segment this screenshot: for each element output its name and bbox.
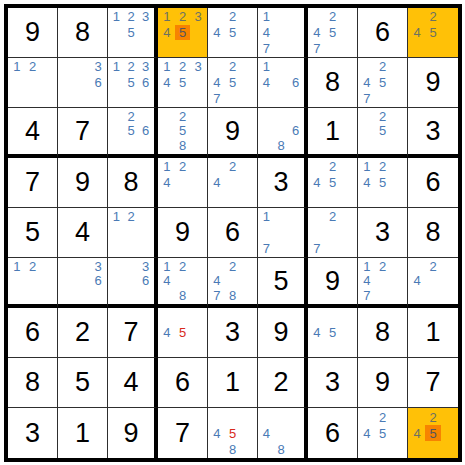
cell-r8c7[interactable]: 3 <box>308 358 358 408</box>
candidate-3: 3 <box>138 59 153 75</box>
candidate-4: 4 <box>209 75 225 91</box>
candidate-empty <box>390 90 406 106</box>
candidate-empty <box>375 441 391 457</box>
candidate-2: 2 <box>124 209 139 225</box>
cell-r4c8[interactable]: 1245 <box>358 158 408 208</box>
candidate-7: 7 <box>259 40 274 56</box>
candidate-7: 7 <box>209 90 225 106</box>
cell-r7c2[interactable]: 2 <box>58 308 108 358</box>
cell-r8c5[interactable]: 1 <box>208 358 258 408</box>
candidate-empty <box>75 75 91 91</box>
candidate-empty <box>159 124 175 139</box>
candidate-empty <box>9 274 25 289</box>
candidate-empty <box>159 309 175 325</box>
candidate-grid: 458 <box>208 408 257 458</box>
candidate-empty <box>340 175 356 191</box>
candidate-empty <box>209 190 225 206</box>
cell-r7c3[interactable]: 7 <box>108 308 158 358</box>
candidate-4: 4 <box>209 25 225 41</box>
cell-r7c7[interactable]: 45 <box>308 308 358 358</box>
candidate-empty <box>325 190 341 206</box>
cell-r3c8[interactable]: 25 <box>358 108 408 158</box>
candidate-empty <box>309 190 325 206</box>
value-digit: 4 <box>123 369 138 396</box>
cell-r3c3[interactable]: 256 <box>108 108 158 158</box>
candidate-empty <box>40 259 56 274</box>
cell-r5c5[interactable]: 6 <box>208 208 258 258</box>
cell-r9c7[interactable]: 6 <box>308 408 358 458</box>
value-digit: 7 <box>123 319 138 346</box>
value-digit: 8 <box>75 19 90 46</box>
candidate-1: 1 <box>109 59 124 75</box>
value-digit: 9 <box>75 169 90 196</box>
candidate-empty <box>190 90 206 106</box>
candidate-empty <box>75 90 91 106</box>
candidate-empty <box>190 138 206 153</box>
candidate-empty <box>138 225 153 241</box>
candidate-4: 4 <box>259 75 274 91</box>
candidate-empty <box>59 59 75 75</box>
candidate-4: 4 <box>159 325 175 341</box>
cell-r6c6[interactable]: 5 <box>258 258 308 308</box>
candidate-empty <box>109 109 124 124</box>
candidate-empty <box>240 59 256 75</box>
value-digit: 6 <box>225 219 240 246</box>
candidate-empty <box>138 25 153 41</box>
candidate-empty <box>390 288 406 303</box>
candidate-1: 1 <box>359 159 375 175</box>
cell-r8c4[interactable]: 6 <box>158 358 208 408</box>
candidate-empty <box>240 25 256 41</box>
cell-r5c1[interactable]: 5 <box>8 208 58 258</box>
value-digit: 9 <box>175 219 190 246</box>
candidate-empty <box>109 138 124 153</box>
candidate-empty <box>175 175 191 191</box>
candidate-empty <box>309 309 325 325</box>
candidate-empty <box>288 409 303 425</box>
candidate-empty <box>90 288 106 303</box>
candidate-empty <box>59 288 75 303</box>
candidate-empty <box>274 409 289 425</box>
candidate-empty <box>309 209 325 225</box>
candidate-empty <box>190 190 206 206</box>
cell-r4c7[interactable]: 245 <box>308 158 358 208</box>
value-digit: 6 <box>25 319 40 346</box>
candidate-grid: 147 <box>258 8 304 57</box>
cell-r3c6[interactable]: 68 <box>258 108 308 158</box>
cell-r1c2[interactable]: 8 <box>58 8 108 58</box>
candidate-empty <box>441 259 457 274</box>
cell-r4c2[interactable]: 9 <box>58 158 108 208</box>
cell-r3c4[interactable]: 258 <box>158 108 208 158</box>
candidate-empty <box>190 75 206 91</box>
candidate-5: 5 <box>375 425 391 441</box>
cell-r5c9[interactable]: 8 <box>408 208 458 258</box>
candidate-grid: 27 <box>308 208 357 257</box>
candidate-empty <box>390 75 406 91</box>
candidate-2: 2 <box>225 259 241 274</box>
cell-r6c4[interactable]: 1248 <box>158 258 208 308</box>
cell-r9c6[interactable]: 48 <box>258 408 308 458</box>
cell-r1c6[interactable]: 147 <box>258 8 308 58</box>
candidate-empty <box>441 409 457 425</box>
candidate-empty <box>288 138 303 153</box>
candidate-empty <box>159 109 175 124</box>
candidate-2: 2 <box>225 159 241 175</box>
cell-r8c9[interactable]: 7 <box>408 358 458 408</box>
candidate-empty <box>190 124 206 139</box>
candidate-empty <box>441 274 457 289</box>
cell-r7c5[interactable]: 3 <box>208 308 258 358</box>
cell-r3c9[interactable]: 3 <box>408 108 458 158</box>
candidate-empty <box>359 441 375 457</box>
candidate-empty <box>375 288 391 303</box>
candidate-4: 4 <box>209 425 225 441</box>
cell-r2c3[interactable]: 12356 <box>108 58 158 108</box>
candidate-empty <box>240 288 256 303</box>
value-digit: 9 <box>25 19 40 46</box>
candidate-4: 4 <box>159 25 175 41</box>
candidate-empty <box>75 59 91 75</box>
candidate-empty <box>109 40 124 56</box>
candidate-grid: 146 <box>258 58 304 107</box>
candidate-grid: 36 <box>58 58 107 107</box>
candidate-empty <box>190 40 206 56</box>
cell-r4c6[interactable]: 3 <box>258 158 308 208</box>
candidate-empty <box>274 425 289 441</box>
cell-r6c8[interactable]: 1247 <box>358 258 408 308</box>
cell-r4c1[interactable]: 7 <box>8 158 58 208</box>
candidate-4: 4 <box>259 25 274 41</box>
candidate-4: 4 <box>409 274 425 289</box>
candidate-empty <box>359 59 375 75</box>
candidate-empty <box>190 325 206 341</box>
candidate-1: 1 <box>159 59 175 75</box>
candidate-empty <box>124 274 139 289</box>
candidate-empty <box>441 425 457 441</box>
candidate-empty <box>190 259 206 274</box>
cell-r7c9[interactable]: 1 <box>408 308 458 358</box>
cell-r2c7[interactable]: 8 <box>308 58 358 108</box>
cell-r9c3[interactable]: 9 <box>108 408 158 458</box>
candidate-grid: 45 <box>308 308 357 357</box>
cell-r2c2[interactable]: 36 <box>58 58 108 108</box>
candidate-empty <box>390 138 406 153</box>
cell-r5c2[interactable]: 4 <box>58 208 108 258</box>
cell-r8c2[interactable]: 5 <box>58 358 108 408</box>
candidate-1: 1 <box>159 259 175 274</box>
candidate-empty <box>124 240 139 256</box>
candidate-2: 2 <box>425 409 441 425</box>
candidate-empty <box>240 190 256 206</box>
cell-r8c6[interactable]: 2 <box>258 358 308 408</box>
cell-r3c7[interactable]: 1 <box>308 108 358 158</box>
cell-r4c4[interactable]: 124 <box>158 158 208 208</box>
candidate-7: 7 <box>359 90 375 106</box>
candidate-empty <box>159 340 175 356</box>
candidate-empty <box>259 90 274 106</box>
cell-r2c5[interactable]: 2457 <box>208 58 258 108</box>
candidate-empty <box>190 109 206 124</box>
cell-r7c6[interactable]: 9 <box>258 308 308 358</box>
candidate-empty <box>225 40 241 56</box>
cell-r8c3[interactable]: 4 <box>108 358 158 408</box>
cell-r6c5[interactable]: 2478 <box>208 258 258 308</box>
candidate-empty <box>175 190 191 206</box>
candidate-6: 6 <box>138 124 153 139</box>
candidate-5: 5 <box>175 25 191 41</box>
candidate-empty <box>175 40 191 56</box>
candidate-grid: 245 <box>208 8 257 57</box>
candidate-empty <box>340 190 356 206</box>
candidate-grid: 245 <box>408 8 458 57</box>
candidate-grid: 36 <box>108 258 154 304</box>
value-digit: 7 <box>425 369 440 396</box>
candidate-2: 2 <box>175 59 191 75</box>
candidate-empty <box>274 124 289 139</box>
candidate-empty <box>409 441 425 457</box>
candidate-6: 6 <box>90 75 106 91</box>
candidate-empty <box>240 40 256 56</box>
candidate-empty <box>240 441 256 457</box>
candidate-4: 4 <box>409 425 425 441</box>
value-digit: 8 <box>425 219 440 246</box>
candidate-empty <box>288 40 303 56</box>
candidate-empty <box>359 124 375 139</box>
cell-r2c1[interactable]: 12 <box>8 58 58 108</box>
candidate-empty <box>225 175 241 191</box>
value-digit: 8 <box>375 319 390 346</box>
candidate-2: 2 <box>175 259 191 274</box>
cell-r5c8[interactable]: 3 <box>358 208 408 258</box>
value-digit: 1 <box>75 420 90 447</box>
candidate-grid: 12 <box>108 208 154 257</box>
candidate-grid: 12345 <box>158 8 207 57</box>
candidate-empty <box>240 409 256 425</box>
candidate-empty <box>109 25 124 41</box>
candidate-empty <box>409 259 425 274</box>
candidate-empty <box>40 288 56 303</box>
value-digit: 8 <box>325 69 340 96</box>
candidate-empty <box>190 159 206 175</box>
candidate-5: 5 <box>175 124 191 139</box>
value-digit: 5 <box>25 219 40 246</box>
candidate-grid: 245 <box>358 408 407 458</box>
candidate-empty <box>175 309 191 325</box>
value-digit: 8 <box>25 369 40 396</box>
cell-r2c9[interactable]: 9 <box>408 58 458 108</box>
cell-r6c1[interactable]: 12 <box>8 258 58 308</box>
candidate-empty <box>240 425 256 441</box>
cell-r7c1[interactable]: 6 <box>8 308 58 358</box>
value-digit: 1 <box>425 319 440 346</box>
candidate-empty <box>288 209 303 225</box>
candidate-2: 2 <box>225 59 241 75</box>
candidate-empty <box>390 441 406 457</box>
cell-r7c8[interactable]: 8 <box>358 308 408 358</box>
cell-r6c3[interactable]: 36 <box>108 258 158 308</box>
candidate-empty <box>59 75 75 91</box>
cell-r2c6[interactable]: 146 <box>258 58 308 108</box>
candidate-3: 3 <box>90 259 106 274</box>
candidate-5: 5 <box>375 124 391 139</box>
candidate-empty <box>209 409 225 425</box>
candidate-empty <box>9 75 25 91</box>
cell-r9c5[interactable]: 458 <box>208 408 258 458</box>
candidate-empty <box>340 159 356 175</box>
cell-r1c8[interactable]: 6 <box>358 8 408 58</box>
candidate-empty <box>124 138 139 153</box>
candidate-empty <box>409 409 425 425</box>
candidate-grid: 2457 <box>308 8 357 57</box>
candidate-3: 3 <box>90 59 106 75</box>
candidate-empty <box>109 90 124 106</box>
cell-r9c2[interactable]: 1 <box>58 408 108 458</box>
candidate-1: 1 <box>9 59 25 75</box>
cell-r2c8[interactable]: 2457 <box>358 58 408 108</box>
candidate-empty <box>138 288 153 303</box>
cell-r5c3[interactable]: 12 <box>108 208 158 258</box>
value-digit: 6 <box>375 19 390 46</box>
cell-r9c1[interactable]: 3 <box>8 408 58 458</box>
candidate-5: 5 <box>425 425 441 441</box>
candidate-4: 4 <box>309 325 325 341</box>
candidate-empty <box>240 75 256 91</box>
candidate-empty <box>225 90 241 106</box>
candidate-2: 2 <box>375 59 391 75</box>
cell-r1c7[interactable]: 2457 <box>308 8 358 58</box>
cell-r5c4[interactable]: 9 <box>158 208 208 258</box>
cell-r9c8[interactable]: 245 <box>358 408 408 458</box>
candidate-1: 1 <box>109 209 124 225</box>
cell-r1c9[interactable]: 245 <box>408 8 458 58</box>
candidate-empty <box>75 288 91 303</box>
value-digit: 8 <box>123 169 138 196</box>
candidate-empty <box>390 59 406 75</box>
cell-r7c4[interactable]: 45 <box>158 308 208 358</box>
candidate-empty <box>390 159 406 175</box>
candidate-empty <box>309 9 325 25</box>
cell-r4c3[interactable]: 8 <box>108 158 158 208</box>
candidate-2: 2 <box>425 259 441 274</box>
candidate-empty <box>409 40 425 56</box>
cell-r5c7[interactable]: 27 <box>308 208 358 258</box>
value-digit: 6 <box>425 169 440 196</box>
candidate-4: 4 <box>209 274 225 289</box>
cell-r9c4[interactable]: 7 <box>158 408 208 458</box>
candidate-5: 5 <box>375 175 391 191</box>
value-digit: 2 <box>75 319 90 346</box>
cell-r6c7[interactable]: 9 <box>308 258 358 308</box>
candidate-empty <box>340 325 356 341</box>
candidate-empty <box>209 40 225 56</box>
cell-r5c6[interactable]: 17 <box>258 208 308 258</box>
cell-r6c2[interactable]: 36 <box>58 258 108 308</box>
candidate-empty <box>390 425 406 441</box>
candidate-4: 4 <box>159 75 175 91</box>
cell-r8c8[interactable]: 9 <box>358 358 408 408</box>
candidate-5: 5 <box>175 75 191 91</box>
candidate-2: 2 <box>175 9 191 25</box>
candidate-empty <box>109 124 124 139</box>
candidate-4: 4 <box>359 75 375 91</box>
cell-r1c4[interactable]: 12345 <box>158 8 208 58</box>
candidate-3: 3 <box>190 59 206 75</box>
cell-r9c9[interactable]: 245 <box>408 408 458 458</box>
candidate-empty <box>340 209 356 225</box>
cell-r8c1[interactable]: 8 <box>8 358 58 408</box>
cell-r3c5[interactable]: 9 <box>208 108 258 158</box>
candidate-2: 2 <box>375 409 391 425</box>
cell-r1c1[interactable]: 9 <box>8 8 58 58</box>
candidate-empty <box>325 240 341 256</box>
candidate-grid: 124 <box>158 158 207 207</box>
candidate-empty <box>340 309 356 325</box>
candidate-empty <box>138 40 153 56</box>
cell-r1c5[interactable]: 245 <box>208 8 258 58</box>
candidate-empty <box>340 9 356 25</box>
cell-r1c3[interactable]: 1235 <box>108 8 158 58</box>
candidate-empty <box>109 75 124 91</box>
value-digit: 6 <box>175 369 190 396</box>
candidate-grid: 68 <box>258 108 304 154</box>
candidate-2: 2 <box>375 159 391 175</box>
candidate-empty <box>375 274 391 289</box>
candidate-5: 5 <box>225 25 241 41</box>
cell-r2c4[interactable]: 12345 <box>158 58 208 108</box>
value-digit: 4 <box>25 118 40 145</box>
cell-r4c5[interactable]: 24 <box>208 158 258 208</box>
candidate-3: 3 <box>190 9 206 25</box>
candidate-empty <box>375 90 391 106</box>
value-digit: 3 <box>225 319 240 346</box>
candidate-grid: 12356 <box>108 58 154 107</box>
candidate-grid: 245 <box>308 158 357 207</box>
value-digit: 1 <box>225 369 240 396</box>
candidate-empty <box>159 190 175 206</box>
candidate-empty <box>288 25 303 41</box>
candidate-empty <box>359 109 375 124</box>
candidate-empty <box>190 175 206 191</box>
candidate-empty <box>390 259 406 274</box>
candidate-empty <box>325 225 341 241</box>
candidate-1: 1 <box>9 259 25 274</box>
candidate-1: 1 <box>109 9 124 25</box>
cell-r3c1[interactable]: 4 <box>8 108 58 158</box>
candidate-empty <box>288 425 303 441</box>
cell-r3c2[interactable]: 7 <box>58 108 108 158</box>
candidate-5: 5 <box>325 25 341 41</box>
candidate-empty <box>225 190 241 206</box>
value-digit: 9 <box>375 369 390 396</box>
candidate-empty <box>425 288 441 303</box>
candidate-grid: 12 <box>8 58 57 107</box>
candidate-empty <box>124 40 139 56</box>
candidate-empty <box>25 90 41 106</box>
candidate-1: 1 <box>259 209 274 225</box>
candidate-empty <box>124 288 139 303</box>
candidate-empty <box>190 274 206 289</box>
candidate-empty <box>425 441 441 457</box>
cell-r6c9[interactable]: 24 <box>408 258 458 308</box>
candidate-4: 4 <box>159 175 175 191</box>
candidate-empty <box>90 90 106 106</box>
candidate-empty <box>325 40 341 56</box>
candidate-empty <box>274 9 289 25</box>
candidate-empty <box>409 288 425 303</box>
candidate-empty <box>25 274 41 289</box>
cell-r4c9[interactable]: 6 <box>408 158 458 208</box>
